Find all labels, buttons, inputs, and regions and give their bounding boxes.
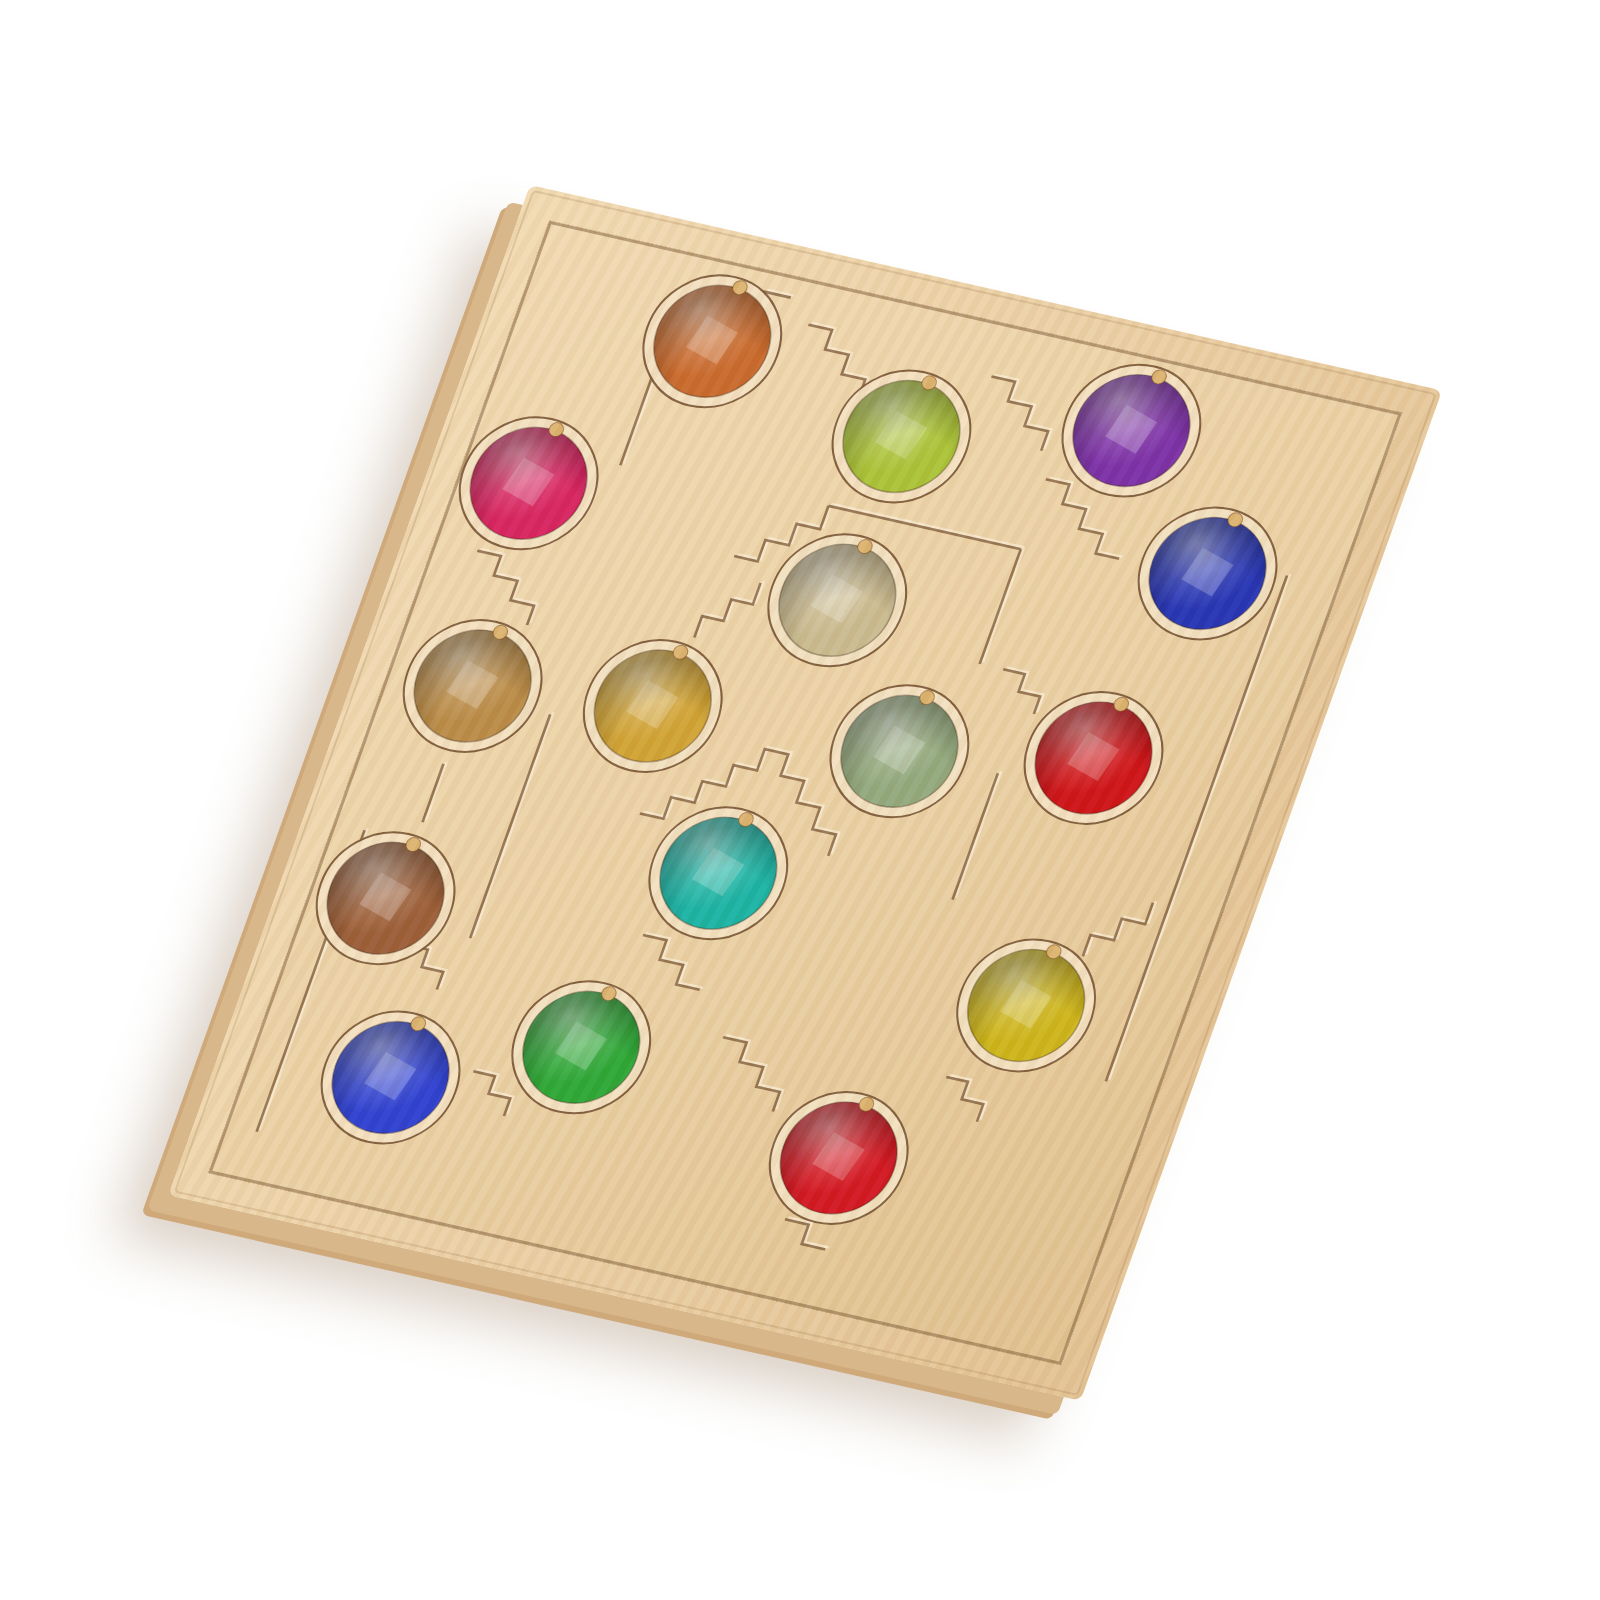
board-surface — [208, 220, 1403, 1366]
tray-bed — [208, 220, 1403, 1366]
product-photo-scene — [0, 0, 1600, 1600]
wooden-tray — [168, 185, 1442, 1401]
